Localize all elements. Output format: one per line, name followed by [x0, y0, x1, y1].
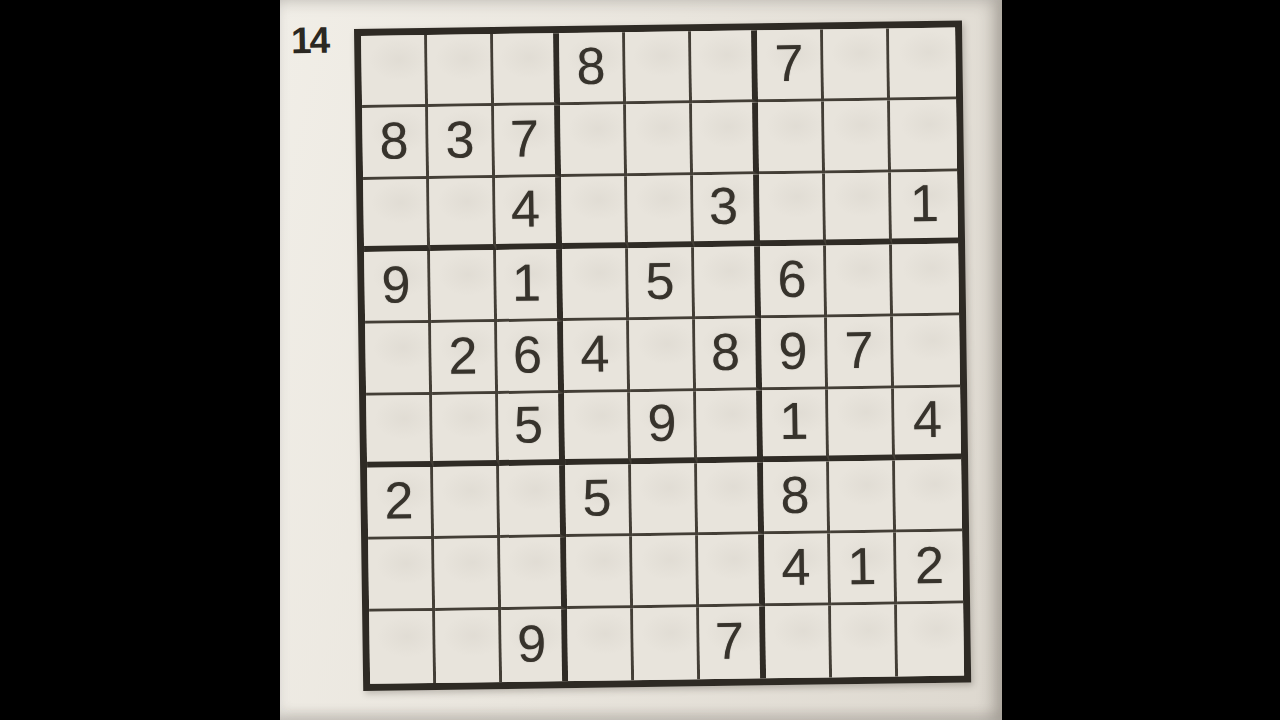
sudoku-cell-r1c4: 8 [559, 32, 626, 105]
sudoku-cell-r2c4 [560, 104, 627, 177]
sudoku-cell-r4c7: 6 [760, 245, 827, 318]
sudoku-grid-wrap: 878374319156264897591425841297 [354, 21, 971, 691]
given-digit: 2 [384, 474, 414, 526]
letterbox-right-bar [1002, 0, 1280, 720]
sudoku-cell-r4c3: 1 [496, 249, 563, 322]
sudoku-cell-r3c9: 1 [891, 172, 958, 245]
sudoku-cell-r7c3 [499, 465, 566, 538]
sudoku-cell-r9c8 [831, 604, 898, 677]
sudoku-cell-r7c6 [697, 462, 764, 535]
given-digit: 5 [645, 254, 675, 306]
sudoku-cell-r7c8 [829, 460, 896, 533]
sudoku-cell-r8c7: 4 [764, 533, 831, 606]
sudoku-cell-r1c5 [625, 31, 692, 104]
given-digit: 5 [582, 471, 612, 523]
given-digit: 7 [774, 36, 804, 88]
sudoku-cell-r7c4: 5 [565, 464, 632, 537]
given-digit: 2 [915, 538, 945, 590]
given-digit: 3 [709, 180, 739, 232]
sudoku-cell-r2c7 [758, 101, 825, 174]
given-digit: 5 [514, 398, 544, 450]
given-digit: 1 [779, 395, 809, 447]
sudoku-cell-r2c1: 8 [362, 107, 429, 180]
sudoku-cell-r7c7: 8 [763, 461, 830, 534]
sudoku-cell-r1c1 [361, 35, 428, 108]
sudoku-cell-r6c3: 5 [498, 393, 565, 466]
sudoku-cell-r1c3 [493, 33, 560, 106]
sudoku-cell-r4c9 [892, 244, 959, 317]
sudoku-cell-r4c2 [430, 250, 497, 323]
sudoku-cell-r8c8: 1 [830, 532, 897, 605]
given-digit: 9 [778, 324, 808, 376]
given-digit: 1 [910, 177, 940, 229]
given-digit: 9 [381, 258, 411, 310]
sudoku-cell-r1c9 [889, 28, 956, 101]
given-digit: 7 [715, 615, 745, 667]
sudoku-cell-r5c7: 9 [761, 317, 828, 390]
video-frame: 14 878374319156264897591425841297 [0, 0, 1280, 720]
given-digit: 7 [844, 323, 874, 375]
sudoku-cell-r6c9: 4 [894, 388, 961, 461]
sudoku-cell-r6c5: 9 [630, 391, 697, 464]
given-digit: 9 [647, 397, 677, 449]
sudoku-cell-r8c2 [434, 538, 501, 611]
sudoku-cell-r8c1 [368, 539, 435, 612]
sudoku-cell-r3c6: 3 [693, 174, 760, 247]
given-digit: 1 [512, 256, 542, 308]
sudoku-cell-r9c1 [369, 611, 436, 684]
sudoku-cell-r2c3: 7 [494, 105, 561, 178]
given-digit: 9 [517, 617, 547, 669]
sudoku-cell-r3c1 [363, 179, 430, 252]
given-digit: 4 [781, 540, 811, 592]
sudoku-cell-r6c6 [696, 390, 763, 463]
sudoku-cell-r8c3 [500, 537, 567, 610]
sudoku-cell-r8c5 [632, 535, 699, 608]
given-digit: 8 [379, 114, 409, 166]
given-digit: 6 [777, 252, 807, 304]
sudoku-cell-r6c1 [366, 395, 433, 468]
sudoku-cell-r3c5 [627, 175, 694, 248]
sudoku-cell-r4c8 [826, 245, 893, 318]
sudoku-cell-r6c8 [828, 388, 895, 461]
given-digit: 2 [448, 329, 478, 381]
given-digit: 6 [513, 328, 543, 380]
sudoku-cell-r5c5 [629, 319, 696, 392]
sudoku-cell-r9c3: 9 [501, 609, 568, 682]
sudoku-cell-r3c7 [759, 173, 826, 246]
sudoku-cell-r9c2 [435, 610, 502, 683]
sudoku-grid: 878374319156264897591425841297 [354, 21, 971, 691]
sudoku-cell-r9c7 [765, 605, 832, 678]
sudoku-cell-r7c5 [631, 463, 698, 536]
sudoku-cell-r9c6: 7 [699, 606, 766, 679]
sudoku-cell-r5c1 [365, 323, 432, 396]
sudoku-cell-r4c1: 9 [364, 251, 431, 324]
sudoku-cell-r2c8 [824, 101, 891, 174]
puzzle-number: 14 [291, 20, 329, 63]
sudoku-cell-r9c4 [567, 608, 634, 681]
sudoku-cell-r9c9 [897, 604, 964, 677]
given-digit: 1 [847, 539, 877, 591]
sudoku-cell-r1c2 [427, 34, 494, 107]
sudoku-cell-r6c4 [564, 392, 631, 465]
sudoku-cell-r4c4 [562, 248, 629, 321]
sudoku-cell-r5c6: 8 [695, 318, 762, 391]
sudoku-cell-r2c5 [626, 103, 693, 176]
sudoku-cell-r5c8: 7 [827, 317, 894, 390]
sudoku-cell-r8c6 [698, 534, 765, 607]
sudoku-cell-r3c2 [429, 178, 496, 251]
given-digit: 7 [510, 112, 540, 164]
sudoku-cell-r6c7: 1 [762, 389, 829, 462]
sudoku-cell-r8c4 [566, 536, 633, 609]
given-digit: 4 [913, 393, 943, 445]
sudoku-cell-r2c9 [890, 100, 957, 173]
sudoku-cell-r5c9 [893, 316, 960, 389]
sudoku-cell-r7c2 [433, 466, 500, 539]
sudoku-cell-r8c9: 2 [896, 532, 963, 605]
sudoku-cell-r9c5 [633, 607, 700, 680]
sudoku-cell-r7c9 [895, 460, 962, 533]
given-digit: 8 [576, 39, 606, 91]
given-digit: 4 [580, 327, 610, 379]
sudoku-cell-r7c1: 2 [367, 467, 434, 540]
sudoku-cell-r1c7: 7 [757, 29, 824, 102]
sudoku-cell-r5c3: 6 [497, 321, 564, 394]
page-photo: 14 878374319156264897591425841297 [280, 0, 1002, 720]
sudoku-cell-r1c8 [823, 29, 890, 102]
sudoku-cell-r3c8 [825, 173, 892, 246]
given-digit: 3 [445, 113, 475, 165]
letterbox-left-bar [0, 0, 280, 720]
sudoku-cell-r4c6 [694, 246, 761, 319]
sudoku-cell-r2c2: 3 [428, 106, 495, 179]
sudoku-cell-r4c5: 5 [628, 247, 695, 320]
sudoku-cell-r3c3: 4 [495, 177, 562, 250]
sudoku-cell-r5c4: 4 [563, 320, 630, 393]
sudoku-cell-r1c6 [691, 30, 758, 103]
sudoku-cell-r3c4 [561, 176, 628, 249]
given-digit: 8 [780, 468, 810, 520]
sudoku-cell-r5c2: 2 [431, 322, 498, 395]
sudoku-cell-r2c6 [692, 102, 759, 175]
given-digit: 8 [711, 325, 741, 377]
sudoku-cell-r6c2 [432, 394, 499, 467]
given-digit: 4 [511, 182, 541, 234]
